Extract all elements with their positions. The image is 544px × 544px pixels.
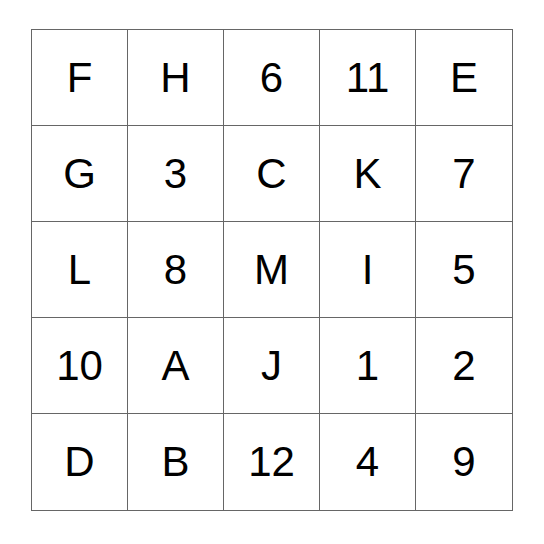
- grid-cell-r5c2[interactable]: B: [128, 414, 224, 510]
- grid-cell-r1c1[interactable]: F: [32, 30, 128, 126]
- grid-cell-r3c2[interactable]: 8: [128, 222, 224, 318]
- grid-cell-r3c5[interactable]: 5: [416, 222, 512, 318]
- grid-cell-r2c2[interactable]: 3: [128, 126, 224, 222]
- grid-cell-r2c5[interactable]: 7: [416, 126, 512, 222]
- grid-cell-r4c3[interactable]: J: [224, 318, 320, 414]
- grid-cell-r5c3[interactable]: 12: [224, 414, 320, 510]
- grid-cell-r4c1[interactable]: 10: [32, 318, 128, 414]
- grid-cell-r2c3[interactable]: C: [224, 126, 320, 222]
- grid-cell-r2c4[interactable]: K: [320, 126, 416, 222]
- grid-cell-r5c5[interactable]: 9: [416, 414, 512, 510]
- bingo-board: FH611EG3CK7L8MI510AJ12DB1249: [31, 29, 513, 511]
- grid-cell-r1c5[interactable]: E: [416, 30, 512, 126]
- grid-cell-r4c4[interactable]: 1: [320, 318, 416, 414]
- grid-cell-r3c1[interactable]: L: [32, 222, 128, 318]
- grid-cell-r1c4[interactable]: 11: [320, 30, 416, 126]
- grid-cell-r4c2[interactable]: A: [128, 318, 224, 414]
- grid-cell-r3c4[interactable]: I: [320, 222, 416, 318]
- grid-cell-r5c1[interactable]: D: [32, 414, 128, 510]
- grid-cell-r4c5[interactable]: 2: [416, 318, 512, 414]
- grid-cell-r1c2[interactable]: H: [128, 30, 224, 126]
- grid-cell-r3c3[interactable]: M: [224, 222, 320, 318]
- grid-cell-r5c4[interactable]: 4: [320, 414, 416, 510]
- grid-cell-r2c1[interactable]: G: [32, 126, 128, 222]
- grid-cell-r1c3[interactable]: 6: [224, 30, 320, 126]
